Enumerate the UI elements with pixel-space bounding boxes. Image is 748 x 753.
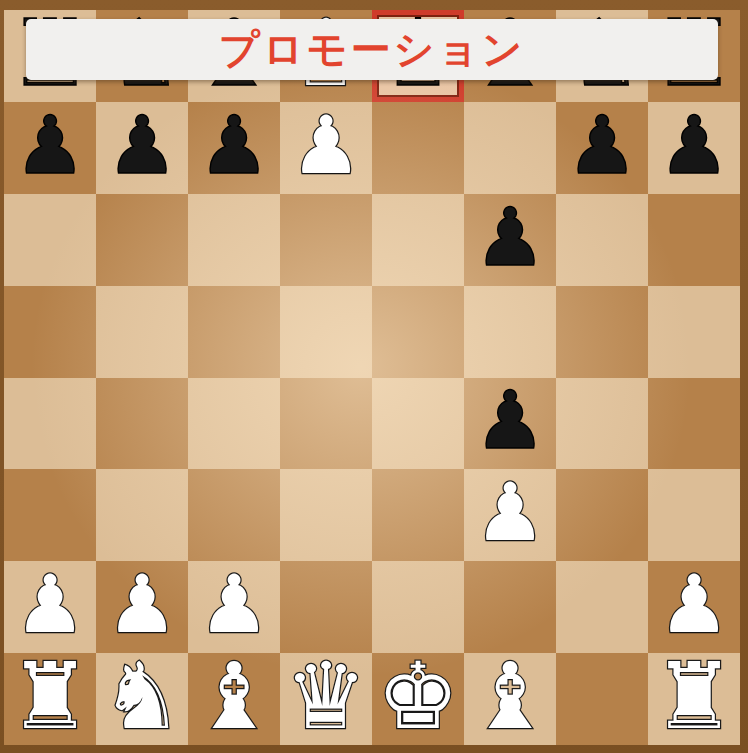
piece-white-pawn[interactable]: ♟ (290, 106, 362, 186)
square-b7[interactable]: ♟ (96, 102, 188, 194)
piece-black-pawn[interactable]: ♟ (14, 106, 86, 186)
square-f7[interactable] (464, 102, 556, 194)
square-b6[interactable] (96, 194, 188, 286)
square-d1[interactable]: ♛ (280, 653, 372, 745)
piece-white-queen[interactable]: ♛ (285, 651, 367, 743)
square-g5[interactable] (556, 286, 648, 378)
square-c3[interactable] (188, 469, 280, 561)
piece-white-pawn[interactable]: ♟ (658, 565, 730, 645)
square-g3[interactable] (556, 469, 648, 561)
piece-white-bishop[interactable]: ♝ (193, 651, 275, 743)
square-g2[interactable] (556, 561, 648, 653)
square-c6[interactable] (188, 194, 280, 286)
square-b1[interactable]: ♞ (96, 653, 188, 745)
square-h3[interactable] (648, 469, 740, 561)
square-a2[interactable]: ♟ (4, 561, 96, 653)
piece-black-pawn[interactable]: ♟ (474, 198, 546, 278)
square-b3[interactable] (96, 469, 188, 561)
square-f2[interactable] (464, 561, 556, 653)
piece-white-pawn[interactable]: ♟ (474, 473, 546, 553)
piece-white-bishop[interactable]: ♝ (469, 651, 551, 743)
square-a7[interactable]: ♟ (4, 102, 96, 194)
square-h2[interactable]: ♟ (648, 561, 740, 653)
square-c7[interactable]: ♟ (188, 102, 280, 194)
square-g6[interactable] (556, 194, 648, 286)
square-e5[interactable] (372, 286, 464, 378)
piece-white-pawn[interactable]: ♟ (106, 565, 178, 645)
piece-black-pawn[interactable]: ♟ (474, 381, 546, 461)
square-a5[interactable] (4, 286, 96, 378)
square-a6[interactable] (4, 194, 96, 286)
square-f3[interactable]: ♟ (464, 469, 556, 561)
square-f4[interactable]: ♟ (464, 378, 556, 470)
square-e4[interactable] (372, 378, 464, 470)
piece-white-rook[interactable]: ♜ (653, 651, 735, 743)
promotion-banner-text: プロモーション (219, 22, 526, 77)
piece-white-king[interactable]: ♚ (377, 651, 459, 743)
square-c2[interactable]: ♟ (188, 561, 280, 653)
square-b4[interactable] (96, 378, 188, 470)
square-d4[interactable] (280, 378, 372, 470)
board-frame: ♜♞♝♛♚♝♞♜♟♟♟♟♟♟♟♟♟♟♟♟♟♜♞♝♛♚♝♜ プロモーション (0, 0, 748, 753)
square-e7[interactable] (372, 102, 464, 194)
square-c4[interactable] (188, 378, 280, 470)
square-g1[interactable] (556, 653, 648, 745)
piece-black-pawn[interactable]: ♟ (198, 106, 270, 186)
piece-white-rook[interactable]: ♜ (9, 651, 91, 743)
square-h5[interactable] (648, 286, 740, 378)
square-a4[interactable] (4, 378, 96, 470)
square-h4[interactable] (648, 378, 740, 470)
square-c5[interactable] (188, 286, 280, 378)
square-e2[interactable] (372, 561, 464, 653)
square-d6[interactable] (280, 194, 372, 286)
square-a1[interactable]: ♜ (4, 653, 96, 745)
square-h1[interactable]: ♜ (648, 653, 740, 745)
square-b2[interactable]: ♟ (96, 561, 188, 653)
square-g4[interactable] (556, 378, 648, 470)
square-e1[interactable]: ♚ (372, 653, 464, 745)
square-c1[interactable]: ♝ (188, 653, 280, 745)
square-b5[interactable] (96, 286, 188, 378)
piece-white-knight[interactable]: ♞ (101, 651, 183, 743)
square-e3[interactable] (372, 469, 464, 561)
square-d7[interactable]: ♟ (280, 102, 372, 194)
square-a3[interactable] (4, 469, 96, 561)
piece-black-pawn[interactable]: ♟ (566, 106, 638, 186)
piece-black-pawn[interactable]: ♟ (658, 106, 730, 186)
piece-black-pawn[interactable]: ♟ (106, 106, 178, 186)
promotion-banner: プロモーション (26, 19, 718, 80)
square-d2[interactable] (280, 561, 372, 653)
square-g7[interactable]: ♟ (556, 102, 648, 194)
piece-white-pawn[interactable]: ♟ (198, 565, 270, 645)
square-d5[interactable] (280, 286, 372, 378)
square-e6[interactable] (372, 194, 464, 286)
square-h7[interactable]: ♟ (648, 102, 740, 194)
square-f5[interactable] (464, 286, 556, 378)
square-h6[interactable] (648, 194, 740, 286)
piece-white-pawn[interactable]: ♟ (14, 565, 86, 645)
square-d3[interactable] (280, 469, 372, 561)
square-f1[interactable]: ♝ (464, 653, 556, 745)
square-f6[interactable]: ♟ (464, 194, 556, 286)
chess-board: ♜♞♝♛♚♝♞♜♟♟♟♟♟♟♟♟♟♟♟♟♟♜♞♝♛♚♝♜ (4, 10, 740, 745)
